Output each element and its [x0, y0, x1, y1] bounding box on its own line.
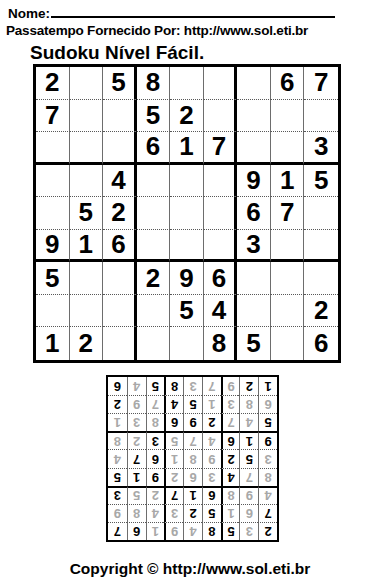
puzzle-cell-r8c5: 5: [170, 295, 204, 328]
puzzle-cell-r4c2[interactable]: [70, 165, 104, 198]
solution-cell-r3c9: 3: [108, 486, 127, 504]
puzzle-cell-r1c1: 2: [36, 67, 70, 100]
solution-cell-r8c6: 4: [164, 395, 183, 413]
name-label: Nome:: [8, 6, 50, 21]
puzzle-cell-r7c5: 9: [170, 262, 204, 295]
puzzle-cell-r5c5[interactable]: [170, 197, 204, 230]
puzzle-cell-r2c2[interactable]: [70, 100, 104, 133]
solution-cell-r9c1: 1: [258, 377, 277, 395]
puzzle-cell-r8c4[interactable]: [137, 295, 171, 328]
puzzle-cell-r1c4: 8: [137, 67, 171, 100]
solution-cell-r2c5: 2: [183, 504, 202, 522]
puzzle-cell-r7c4: 2: [137, 262, 171, 295]
solution-cell-r4c6: 2: [164, 468, 183, 486]
puzzle-cell-r7c8[interactable]: [271, 262, 305, 295]
puzzle-cell-r3c7[interactable]: [237, 132, 271, 165]
puzzle-cell-r7c1: 5: [36, 262, 70, 295]
solution-cell-r9c9: 6: [108, 377, 127, 395]
solution-cell-r2c6: 3: [164, 504, 183, 522]
solution-cell-r9c2: 2: [239, 377, 258, 395]
solution-cell-r2c2: 6: [239, 504, 258, 522]
solution-cell-r6c3: 6: [221, 431, 240, 449]
solution-cell-r7c9: 1: [108, 413, 127, 431]
solution-cell-r3c3: 8: [221, 486, 240, 504]
puzzle-cell-r6c4[interactable]: [137, 230, 171, 263]
puzzle-cell-r5c2: 5: [70, 197, 104, 230]
worksheet-page: Nome: Passatempo Fornecido Por: http://w…: [0, 0, 380, 585]
solution-cell-r1c1: 2: [258, 522, 277, 540]
puzzle-cell-r1c5[interactable]: [170, 67, 204, 100]
solution-cell-r3c1: 4: [258, 486, 277, 504]
solution-cell-r5c3: 2: [221, 449, 240, 467]
puzzle-cell-r2c3[interactable]: [103, 100, 137, 133]
puzzle-cell-r4c7: 9: [237, 165, 271, 198]
puzzle-cell-r3c9: 3: [304, 132, 338, 165]
puzzle-cell-r6c7: 3: [237, 230, 271, 263]
solution-cell-r6c5: 7: [183, 431, 202, 449]
provider-line: Passatempo Fornecido Por: http://www.sol…: [6, 23, 308, 38]
puzzle-cell-r3c3[interactable]: [103, 132, 137, 165]
puzzle-cell-r6c2: 1: [70, 230, 104, 263]
puzzle-cell-r9c3[interactable]: [103, 327, 137, 360]
solution-cell-r7c5: 9: [183, 413, 202, 431]
puzzle-cell-r2c5: 2: [170, 100, 204, 133]
puzzle-cell-r9c6: 8: [204, 327, 238, 360]
solution-cell-r4c7: 9: [146, 468, 165, 486]
puzzle-cell-r7c3[interactable]: [103, 262, 137, 295]
puzzle-cell-r7c2[interactable]: [70, 262, 104, 295]
puzzle-cell-r9c9: 6: [304, 327, 338, 360]
solution-cell-r1c3: 5: [221, 522, 240, 540]
solution-cell-r6c6: 5: [164, 431, 183, 449]
solution-cell-r7c7: 8: [146, 413, 165, 431]
solution-cell-r4c2: 7: [239, 468, 258, 486]
solution-cell-r9c4: 7: [202, 377, 221, 395]
sudoku-puzzle-grid: 258677526173491552679163529654212856: [33, 64, 341, 363]
solution-cell-r3c8: 5: [127, 486, 146, 504]
solution-cell-r2c7: 4: [146, 504, 165, 522]
puzzle-cell-r8c7[interactable]: [237, 295, 271, 328]
solution-cell-r7c2: 4: [239, 413, 258, 431]
puzzle-cell-r3c4: 6: [137, 132, 171, 165]
puzzle-cell-r5c6[interactable]: [204, 197, 238, 230]
solution-cell-r4c4: 3: [202, 468, 221, 486]
puzzle-cell-r2c6[interactable]: [204, 100, 238, 133]
page-title: Sudoku Nível Fácil.: [30, 42, 204, 64]
solution-cell-r8c8: 9: [127, 395, 146, 413]
puzzle-cell-r8c6: 4: [204, 295, 238, 328]
solution-cell-r7c3: 7: [221, 413, 240, 431]
puzzle-cell-r8c3[interactable]: [103, 295, 137, 328]
solution-cell-r9c8: 4: [127, 377, 146, 395]
solution-cell-r6c4: 4: [202, 431, 221, 449]
solution-cell-r4c3: 4: [221, 468, 240, 486]
solution-cell-r8c4: 1: [202, 395, 221, 413]
puzzle-cell-r4c5[interactable]: [170, 165, 204, 198]
puzzle-cell-r1c3: 5: [103, 67, 137, 100]
solution-cell-r1c4: 8: [202, 522, 221, 540]
puzzle-cell-r7c6: 6: [204, 262, 238, 295]
puzzle-cell-r5c3: 2: [103, 197, 137, 230]
solution-cell-r9c3: 9: [221, 377, 240, 395]
solution-cell-r2c4: 5: [202, 504, 221, 522]
puzzle-cell-r9c4[interactable]: [137, 327, 171, 360]
puzzle-cell-r9c8[interactable]: [271, 327, 305, 360]
solution-cell-r5c2: 5: [239, 449, 258, 467]
puzzle-cell-r9c2: 2: [70, 327, 104, 360]
solution-cell-r3c2: 9: [239, 486, 258, 504]
copyright-line: Copyright © http://www.sol.eti.br: [0, 560, 380, 578]
solution-cell-r1c2: 3: [239, 522, 258, 540]
solution-cell-r8c9: 2: [108, 395, 127, 413]
puzzle-cell-r5c7: 6: [237, 197, 271, 230]
puzzle-cell-r5c9[interactable]: [304, 197, 338, 230]
solution-cell-r9c6: 8: [164, 377, 183, 395]
puzzle-cell-r6c8[interactable]: [271, 230, 305, 263]
solution-cell-r1c7: 1: [146, 522, 165, 540]
puzzle-cell-r1c2[interactable]: [70, 67, 104, 100]
solution-cell-r6c8: 2: [127, 431, 146, 449]
puzzle-cell-r7c7[interactable]: [237, 262, 271, 295]
puzzle-cell-r4c8: 1: [271, 165, 305, 198]
puzzle-cell-r1c7[interactable]: [237, 67, 271, 100]
solution-cell-r5c7: 6: [146, 449, 165, 467]
solution-cell-r8c7: 7: [146, 395, 165, 413]
solution-cell-r3c7: 2: [146, 486, 165, 504]
solution-cell-r7c6: 6: [164, 413, 183, 431]
puzzle-cell-r1c9: 7: [304, 67, 338, 100]
puzzle-cell-r6c3: 6: [103, 230, 137, 263]
sudoku-solution-grid-upside-down: 2358491677615234894986172538743629153529…: [106, 375, 279, 542]
puzzle-cell-r9c7: 5: [237, 327, 271, 360]
puzzle-cell-r6c5[interactable]: [170, 230, 204, 263]
solution-cell-r9c5: 3: [183, 377, 202, 395]
puzzle-cell-r4c9: 5: [304, 165, 338, 198]
puzzle-cell-r6c9[interactable]: [304, 230, 338, 263]
puzzle-cell-r2c1: 7: [36, 100, 70, 133]
solution-cell-r5c1: 3: [258, 449, 277, 467]
puzzle-cell-r9c1: 1: [36, 327, 70, 360]
puzzle-cell-r1c6[interactable]: [204, 67, 238, 100]
puzzle-cell-r2c4: 5: [137, 100, 171, 133]
solution-cell-r7c1: 5: [258, 413, 277, 431]
solution-cell-r9c7: 5: [146, 377, 165, 395]
solution-cell-r2c8: 8: [127, 504, 146, 522]
puzzle-cell-r2c7[interactable]: [237, 100, 271, 133]
solution-cell-r5c6: 1: [164, 449, 183, 467]
solution-cell-r1c5: 4: [183, 522, 202, 540]
puzzle-cell-r2c8[interactable]: [271, 100, 305, 133]
solution-cell-r7c8: 3: [127, 413, 146, 431]
solution-cell-r5c5: 8: [183, 449, 202, 467]
solution-cell-r5c9: 4: [108, 449, 127, 467]
puzzle-cell-r3c1[interactable]: [36, 132, 70, 165]
puzzle-cell-r2c9[interactable]: [304, 100, 338, 133]
solution-cell-r6c7: 3: [146, 431, 165, 449]
solution-cell-r1c6: 9: [164, 522, 183, 540]
solution-cell-r4c8: 1: [127, 468, 146, 486]
solution-cell-r3c6: 7: [164, 486, 183, 504]
solution-cell-r2c3: 1: [221, 504, 240, 522]
solution-cell-r8c1: 6: [258, 395, 277, 413]
name-fill-line[interactable]: [51, 3, 335, 18]
puzzle-cell-r4c3: 4: [103, 165, 137, 198]
puzzle-cell-r8c9: 2: [304, 295, 338, 328]
puzzle-cell-r5c8: 7: [271, 197, 305, 230]
puzzle-cell-r8c2[interactable]: [70, 295, 104, 328]
solution-cell-r8c2: 8: [239, 395, 258, 413]
name-row: Nome:: [8, 3, 335, 22]
solution-cell-r7c4: 2: [202, 413, 221, 431]
solution-cell-r6c9: 8: [108, 431, 127, 449]
solution-cell-r1c8: 6: [127, 522, 146, 540]
solution-cell-r8c3: 3: [221, 395, 240, 413]
puzzle-cell-r3c2[interactable]: [70, 132, 104, 165]
puzzle-cell-r9c5[interactable]: [170, 327, 204, 360]
puzzle-cell-r8c1[interactable]: [36, 295, 70, 328]
solution-cell-r3c5: 1: [183, 486, 202, 504]
puzzle-cell-r7c9[interactable]: [304, 262, 338, 295]
solution-cell-r3c4: 6: [202, 486, 221, 504]
solution-cell-r2c1: 7: [258, 504, 277, 522]
solution-cell-r6c2: 1: [239, 431, 258, 449]
puzzle-cell-r4c4[interactable]: [137, 165, 171, 198]
puzzle-cell-r8c8[interactable]: [271, 295, 305, 328]
puzzle-cell-r5c4[interactable]: [137, 197, 171, 230]
puzzle-cell-r1c8: 6: [271, 67, 305, 100]
solution-cell-r4c5: 6: [183, 468, 202, 486]
puzzle-cell-r4c1[interactable]: [36, 165, 70, 198]
solution-cell-r6c1: 9: [258, 431, 277, 449]
puzzle-cell-r4c6[interactable]: [204, 165, 238, 198]
puzzle-cell-r6c1: 9: [36, 230, 70, 263]
puzzle-cell-r3c6: 7: [204, 132, 238, 165]
solution-cell-r1c9: 7: [108, 522, 127, 540]
solution-cell-r4c1: 8: [258, 468, 277, 486]
solution-cell-r5c8: 7: [127, 449, 146, 467]
puzzle-cell-r6c6[interactable]: [204, 230, 238, 263]
puzzle-cell-r5c1[interactable]: [36, 197, 70, 230]
solution-cell-r5c4: 9: [202, 449, 221, 467]
solution-cell-r8c5: 5: [183, 395, 202, 413]
puzzle-cell-r3c8[interactable]: [271, 132, 305, 165]
solution-cell-r2c9: 9: [108, 504, 127, 522]
solution-cell-r4c9: 5: [108, 468, 127, 486]
puzzle-cell-r3c5: 1: [170, 132, 204, 165]
